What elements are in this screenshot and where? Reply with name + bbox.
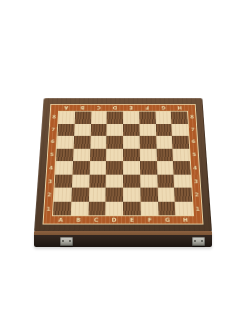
square-a8	[58, 112, 75, 124]
square-h4	[173, 161, 190, 174]
square-c2	[88, 188, 106, 202]
rank-label-left-7: 7	[49, 123, 57, 135]
chess-board	[52, 111, 194, 216]
rank-label-left-4: 4	[47, 161, 55, 174]
square-h1	[175, 201, 193, 215]
square-c4	[89, 161, 106, 174]
square-e7	[123, 124, 139, 136]
file-label-bottom-e: E	[123, 216, 141, 223]
square-c7	[90, 124, 107, 136]
square-c6	[90, 136, 107, 149]
square-b1	[70, 201, 88, 215]
square-f5	[140, 148, 157, 161]
file-label-bottom-c: C	[87, 216, 105, 223]
square-h7	[172, 124, 189, 136]
square-a4	[55, 161, 72, 174]
rank-label-right-3: 3	[192, 174, 201, 188]
square-g1	[158, 201, 176, 215]
square-c8	[91, 112, 107, 124]
square-e3	[123, 174, 140, 187]
file-label-bottom-g: G	[159, 216, 177, 223]
square-b6	[73, 136, 90, 149]
square-b5	[73, 148, 90, 161]
square-e2	[123, 188, 140, 202]
rank-label-right-1: 1	[193, 202, 202, 216]
rank-label-left-1: 1	[44, 202, 53, 216]
square-g3	[157, 174, 174, 187]
file-label-bottom-h: H	[176, 216, 194, 223]
file-label-top-c: C	[91, 105, 107, 111]
file-label-bottom-f: F	[141, 216, 159, 223]
rank-label-right-4: 4	[191, 161, 199, 174]
square-g5	[156, 148, 173, 161]
square-g2	[157, 188, 175, 202]
file-label-top-e: E	[123, 105, 139, 111]
square-d7	[107, 124, 123, 136]
file-label-bottom-a: A	[51, 216, 69, 223]
square-b4	[72, 161, 89, 174]
square-h3	[174, 174, 192, 187]
square-f1	[140, 201, 158, 215]
rank-label-left-6: 6	[48, 135, 56, 148]
file-label-top-b: B	[74, 105, 90, 111]
square-e4	[123, 161, 140, 174]
coordinate-band: AA11BB22CC33DD44EE55FF66GG77HH88	[42, 104, 203, 225]
square-d8	[107, 112, 123, 124]
rank-label-right-6: 6	[189, 135, 197, 148]
square-e6	[123, 136, 140, 149]
square-d6	[106, 136, 123, 149]
rank-label-left-5: 5	[48, 148, 56, 161]
file-label-top-g: G	[155, 105, 171, 111]
square-d3	[106, 174, 123, 187]
board-frame: AA11BB22CC33DD44EE55FF66GG77HH88	[34, 98, 212, 232]
square-g4	[156, 161, 173, 174]
square-g8	[155, 112, 172, 124]
square-e5	[123, 148, 140, 161]
square-b3	[72, 174, 89, 187]
square-a5	[56, 148, 73, 161]
square-h2	[174, 188, 192, 202]
square-d2	[106, 188, 123, 202]
square-f2	[140, 188, 158, 202]
square-a3	[55, 174, 73, 187]
square-d4	[106, 161, 123, 174]
square-c1	[88, 201, 106, 215]
square-h6	[172, 136, 189, 149]
product-photo: AA11BB22CC33DD44EE55FF66GG77HH88	[0, 0, 246, 328]
square-d1	[105, 201, 123, 215]
file-label-bottom-b: B	[69, 216, 87, 223]
square-a1	[53, 201, 71, 215]
square-c5	[90, 148, 107, 161]
rank-label-left-8: 8	[50, 111, 58, 123]
box-side	[34, 231, 212, 247]
file-label-top-a: A	[58, 105, 75, 111]
square-a7	[58, 124, 75, 136]
rank-label-right-7: 7	[189, 123, 197, 135]
file-label-bottom-d: D	[105, 216, 123, 223]
board-perspective: AA11BB22CC33DD44EE55FF66GG77HH88	[34, 98, 212, 232]
file-label-top-h: H	[171, 105, 188, 111]
rank-label-left-2: 2	[45, 188, 54, 202]
square-g6	[156, 136, 173, 149]
square-f4	[140, 161, 157, 174]
square-e8	[123, 112, 139, 124]
square-f6	[139, 136, 156, 149]
rank-label-left-3: 3	[46, 174, 55, 188]
right-clasp	[192, 237, 205, 246]
square-f3	[140, 174, 157, 187]
square-f7	[139, 124, 156, 136]
rank-label-right-8: 8	[188, 111, 196, 123]
square-a6	[57, 136, 74, 149]
square-d5	[106, 148, 123, 161]
square-g7	[155, 124, 172, 136]
square-h5	[173, 148, 190, 161]
square-f8	[139, 112, 155, 124]
rank-label-right-2: 2	[192, 188, 201, 202]
square-a2	[54, 188, 72, 202]
square-c3	[89, 174, 106, 187]
file-label-top-f: F	[139, 105, 155, 111]
square-b7	[74, 124, 91, 136]
file-label-top-d: D	[107, 105, 123, 111]
rank-label-right-5: 5	[190, 148, 198, 161]
square-b8	[74, 112, 91, 124]
square-b2	[71, 188, 89, 202]
square-h8	[171, 112, 188, 124]
left-clasp	[60, 237, 73, 246]
square-e1	[123, 201, 141, 215]
